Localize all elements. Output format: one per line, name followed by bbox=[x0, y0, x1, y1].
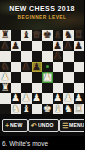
black-rook-a8: ♜ bbox=[1, 30, 10, 41]
black-king-e8: ♚ bbox=[43, 30, 52, 41]
plus-icon: + bbox=[5, 122, 9, 129]
black-pawn-h7: ♟ bbox=[74, 41, 83, 52]
white-pawn-e4: ♟ bbox=[43, 72, 52, 83]
white-pawn-g2: ♟ bbox=[64, 93, 73, 104]
white-bishop-f1: ♝ bbox=[53, 104, 62, 115]
white-pawn-h2: ♟ bbox=[74, 93, 83, 104]
menu-button[interactable]: ☰MENU bbox=[59, 119, 84, 132]
square-e8[interactable]: ♚ bbox=[42, 30, 53, 41]
square-c1[interactable]: ♝ bbox=[21, 104, 32, 115]
white-pawn-b2: ♟ bbox=[11, 93, 20, 104]
square-g5[interactable] bbox=[63, 62, 74, 73]
square-f8[interactable]: ♝ bbox=[53, 30, 64, 41]
square-c2[interactable]: ♟ bbox=[21, 93, 32, 104]
square-g8[interactable]: ♞ bbox=[63, 30, 74, 41]
black-queen-d8: ♛ bbox=[32, 30, 41, 41]
black-knight-g8: ♞ bbox=[64, 30, 73, 41]
square-b8[interactable] bbox=[11, 30, 22, 41]
square-e6[interactable] bbox=[42, 51, 53, 62]
hamburger-icon: ☰ bbox=[62, 122, 68, 129]
square-a7[interactable]: ♟ bbox=[0, 41, 11, 52]
black-pawn-g7: ♟ bbox=[64, 41, 73, 52]
square-b5[interactable] bbox=[11, 62, 22, 73]
square-c7[interactable] bbox=[21, 41, 32, 52]
white-knight-b1: ♞ bbox=[11, 104, 20, 115]
square-e1[interactable]: ♚ bbox=[42, 104, 53, 115]
level-subtitle: BEGINNER LEVEL bbox=[8, 14, 75, 20]
white-pawn-d2: ♟ bbox=[32, 93, 41, 104]
square-e7[interactable] bbox=[42, 41, 53, 52]
square-d4[interactable] bbox=[32, 72, 43, 83]
square-g7[interactable]: ♟ bbox=[63, 41, 74, 52]
white-pawn-c2: ♟ bbox=[22, 93, 31, 104]
undo-arrow-icon: ↶ bbox=[31, 122, 37, 129]
square-c5[interactable]: ♟ bbox=[21, 62, 32, 73]
square-b4[interactable] bbox=[11, 72, 22, 83]
white-pawn-f2: ♟ bbox=[53, 93, 62, 104]
chess-app: NEW CHESS 2018 BEGINNER LEVEL ♜♝♛♚♝♞♜♟♟♟… bbox=[0, 0, 84, 150]
button-label: NEW bbox=[10, 122, 22, 127]
square-a1[interactable] bbox=[0, 104, 11, 115]
square-h7[interactable]: ♟ bbox=[74, 41, 85, 52]
square-d7[interactable] bbox=[32, 41, 43, 52]
white-rook-a3: ♜ bbox=[1, 83, 10, 94]
square-c8[interactable]: ♝ bbox=[21, 30, 32, 41]
square-e2[interactable] bbox=[42, 93, 53, 104]
square-g4[interactable] bbox=[63, 72, 74, 83]
square-f1[interactable]: ♝ bbox=[53, 104, 64, 115]
square-g6[interactable] bbox=[63, 51, 74, 62]
black-pawn-f6: ♟ bbox=[53, 51, 62, 62]
new-button[interactable]: +NEW bbox=[2, 119, 28, 132]
square-f2[interactable]: ♟ bbox=[53, 93, 64, 104]
square-f5[interactable] bbox=[53, 62, 64, 73]
square-d6[interactable] bbox=[32, 51, 43, 62]
black-bishop-f8: ♝ bbox=[53, 30, 62, 41]
square-b6[interactable] bbox=[11, 51, 22, 62]
black-pawn-a7: ♟ bbox=[1, 41, 10, 52]
square-e3[interactable] bbox=[42, 83, 53, 94]
square-h2[interactable]: ♟ bbox=[74, 93, 85, 104]
square-a6[interactable] bbox=[0, 51, 11, 62]
square-a2[interactable] bbox=[0, 93, 11, 104]
button-label: UNDO bbox=[38, 122, 54, 127]
chess-board: ♜♝♛♚♝♞♜♟♟♟♟♟♟♞♟♟♟♟♜♟♟♟♟♟♟♞♝♚♝♞♜ bbox=[0, 30, 84, 114]
square-g1[interactable]: ♞ bbox=[63, 104, 74, 115]
square-e4[interactable]: ♟ bbox=[42, 72, 53, 83]
square-f4[interactable] bbox=[53, 72, 64, 83]
square-a4[interactable]: ♟ bbox=[0, 72, 11, 83]
black-bishop-c8: ♝ bbox=[22, 30, 31, 41]
square-h5[interactable] bbox=[74, 62, 85, 73]
toolbar: +NEW↶UNDO☰MENU bbox=[0, 114, 84, 136]
square-h4[interactable] bbox=[74, 72, 85, 83]
square-b1[interactable]: ♞ bbox=[11, 104, 22, 115]
white-pawn-a4: ♟ bbox=[1, 72, 10, 83]
square-b7[interactable]: ♟ bbox=[11, 41, 22, 52]
square-h6[interactable] bbox=[74, 51, 85, 62]
white-king-e1: ♚ bbox=[43, 104, 52, 115]
black-rook-h8: ♜ bbox=[74, 30, 83, 41]
square-d5[interactable]: ♟ bbox=[32, 62, 43, 73]
move-status-text: 6. White's move bbox=[2, 140, 48, 147]
app-header: NEW CHESS 2018 BEGINNER LEVEL bbox=[0, 0, 84, 30]
square-h8[interactable]: ♜ bbox=[74, 30, 85, 41]
black-pawn-b7: ♟ bbox=[11, 41, 20, 52]
black-pawn-d5: ♟ bbox=[32, 62, 41, 73]
square-c4[interactable] bbox=[21, 72, 32, 83]
button-label: MENU bbox=[69, 122, 84, 127]
white-knight-g1: ♞ bbox=[64, 104, 73, 115]
square-a8[interactable]: ♜ bbox=[0, 30, 11, 41]
square-d8[interactable]: ♛ bbox=[32, 30, 43, 41]
white-bishop-c1: ♝ bbox=[22, 104, 31, 115]
undo-button[interactable]: ↶UNDO bbox=[28, 119, 59, 132]
square-a3[interactable]: ♜ bbox=[0, 83, 11, 94]
square-g2[interactable]: ♟ bbox=[63, 93, 74, 104]
square-c6[interactable] bbox=[21, 51, 32, 62]
app-title: NEW CHESS 2018 bbox=[0, 4, 84, 13]
white-rook-h1: ♜ bbox=[74, 104, 83, 115]
square-b2[interactable]: ♟ bbox=[11, 93, 22, 104]
black-pawn-c5: ♟ bbox=[22, 62, 31, 73]
status-bar: 6. White's move bbox=[0, 136, 84, 150]
square-h1[interactable]: ♜ bbox=[74, 104, 85, 115]
square-d1[interactable] bbox=[32, 104, 43, 115]
square-f6[interactable]: ♟ bbox=[53, 51, 64, 62]
square-d2[interactable]: ♟ bbox=[32, 93, 43, 104]
